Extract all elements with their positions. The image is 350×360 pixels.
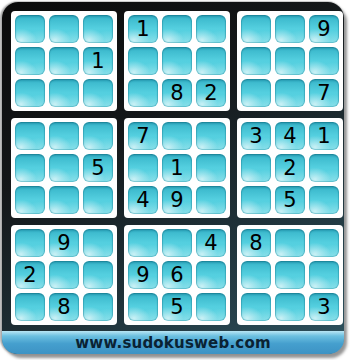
cell-r2c5[interactable] [162, 47, 192, 75]
cell-r9c6[interactable] [196, 293, 226, 321]
cell-r8c4[interactable]: 9 [128, 261, 158, 289]
cell-r6c8[interactable]: 5 [275, 186, 305, 214]
box-1: 1 [11, 11, 117, 111]
cell-r3c7[interactable] [241, 79, 271, 107]
cell-r2c4[interactable] [128, 47, 158, 75]
cell-r6c7[interactable] [241, 186, 271, 214]
cell-r3c8[interactable] [275, 79, 305, 107]
cell-r1c3[interactable] [83, 15, 113, 43]
cell-r3c5[interactable]: 8 [162, 79, 192, 107]
cell-r2c1[interactable] [15, 47, 45, 75]
cell-r9c1[interactable] [15, 293, 45, 321]
cell-r7c8[interactable] [275, 229, 305, 257]
cell-r4c4[interactable]: 7 [128, 122, 158, 150]
cell-r6c5[interactable]: 9 [162, 186, 192, 214]
cell-r5c1[interactable] [15, 154, 45, 182]
cell-r7c7[interactable]: 8 [241, 229, 271, 257]
cell-r3c6[interactable]: 2 [196, 79, 226, 107]
cell-r7c1[interactable] [15, 229, 45, 257]
cell-r5c3[interactable]: 5 [83, 154, 113, 182]
cell-r5c8[interactable]: 2 [275, 154, 305, 182]
cell-r7c2[interactable]: 9 [49, 229, 79, 257]
cell-r4c8[interactable]: 4 [275, 122, 305, 150]
box-6: 34125 [237, 118, 343, 218]
cell-r6c3[interactable] [83, 186, 113, 214]
cell-r2c8[interactable] [275, 47, 305, 75]
cell-r7c5[interactable] [162, 229, 192, 257]
cell-r1c1[interactable] [15, 15, 45, 43]
cell-r4c7[interactable]: 3 [241, 122, 271, 150]
cell-r8c8[interactable] [275, 261, 305, 289]
cell-r9c2[interactable]: 8 [49, 293, 79, 321]
cell-r6c4[interactable]: 4 [128, 186, 158, 214]
cell-r2c7[interactable] [241, 47, 271, 75]
cell-r9c9[interactable]: 3 [309, 293, 339, 321]
cell-r1c7[interactable] [241, 15, 271, 43]
cell-r5c4[interactable] [128, 154, 158, 182]
cell-r4c3[interactable] [83, 122, 113, 150]
sudoku-grid: 1182975714934125928496583 [11, 11, 335, 325]
cell-r9c7[interactable] [241, 293, 271, 321]
cell-r3c2[interactable] [49, 79, 79, 107]
cell-r5c9[interactable] [309, 154, 339, 182]
cell-r8c1[interactable]: 2 [15, 261, 45, 289]
box-5: 7149 [124, 118, 230, 218]
cell-r7c9[interactable] [309, 229, 339, 257]
cell-r7c6[interactable]: 4 [196, 229, 226, 257]
cell-r3c9[interactable]: 7 [309, 79, 339, 107]
cell-r3c4[interactable] [128, 79, 158, 107]
cell-r5c5[interactable]: 1 [162, 154, 192, 182]
cell-r4c1[interactable] [15, 122, 45, 150]
cell-r3c3[interactable] [83, 79, 113, 107]
cell-r6c1[interactable] [15, 186, 45, 214]
cell-r7c3[interactable] [83, 229, 113, 257]
cell-r3c1[interactable] [15, 79, 45, 107]
box-7: 928 [11, 225, 117, 325]
cell-r8c7[interactable] [241, 261, 271, 289]
cell-r2c2[interactable] [49, 47, 79, 75]
cell-r1c6[interactable] [196, 15, 226, 43]
box-2: 182 [124, 11, 230, 111]
cell-r5c6[interactable] [196, 154, 226, 182]
cell-r4c5[interactable] [162, 122, 192, 150]
cell-r5c7[interactable] [241, 154, 271, 182]
cell-r8c2[interactable] [49, 261, 79, 289]
cell-r4c2[interactable] [49, 122, 79, 150]
box-9: 83 [237, 225, 343, 325]
box-4: 5 [11, 118, 117, 218]
cell-r7c4[interactable] [128, 229, 158, 257]
cell-r9c4[interactable] [128, 293, 158, 321]
cell-r8c6[interactable] [196, 261, 226, 289]
cell-r1c2[interactable] [49, 15, 79, 43]
cell-r2c6[interactable] [196, 47, 226, 75]
cell-r4c6[interactable] [196, 122, 226, 150]
cell-r2c3[interactable]: 1 [83, 47, 113, 75]
box-8: 4965 [124, 225, 230, 325]
cell-r8c5[interactable]: 6 [162, 261, 192, 289]
footer-bar: www.sudokusweb.com [2, 331, 344, 354]
cell-r1c9[interactable]: 9 [309, 15, 339, 43]
cell-r1c8[interactable] [275, 15, 305, 43]
cell-r1c4[interactable]: 1 [128, 15, 158, 43]
cell-r5c2[interactable] [49, 154, 79, 182]
cell-r9c3[interactable] [83, 293, 113, 321]
sudoku-board: 1182975714934125928496583 www.sudokusweb… [2, 2, 344, 354]
box-3: 97 [237, 11, 343, 111]
cell-r1c5[interactable] [162, 15, 192, 43]
cell-r4c9[interactable]: 1 [309, 122, 339, 150]
cell-r9c5[interactable]: 5 [162, 293, 192, 321]
cell-r8c9[interactable] [309, 261, 339, 289]
cell-r6c6[interactable] [196, 186, 226, 214]
cell-r9c8[interactable] [275, 293, 305, 321]
site-url-label: www.sudokusweb.com [75, 334, 270, 352]
cell-r2c9[interactable] [309, 47, 339, 75]
cell-r8c3[interactable] [83, 261, 113, 289]
cell-r6c9[interactable] [309, 186, 339, 214]
cell-r6c2[interactable] [49, 186, 79, 214]
